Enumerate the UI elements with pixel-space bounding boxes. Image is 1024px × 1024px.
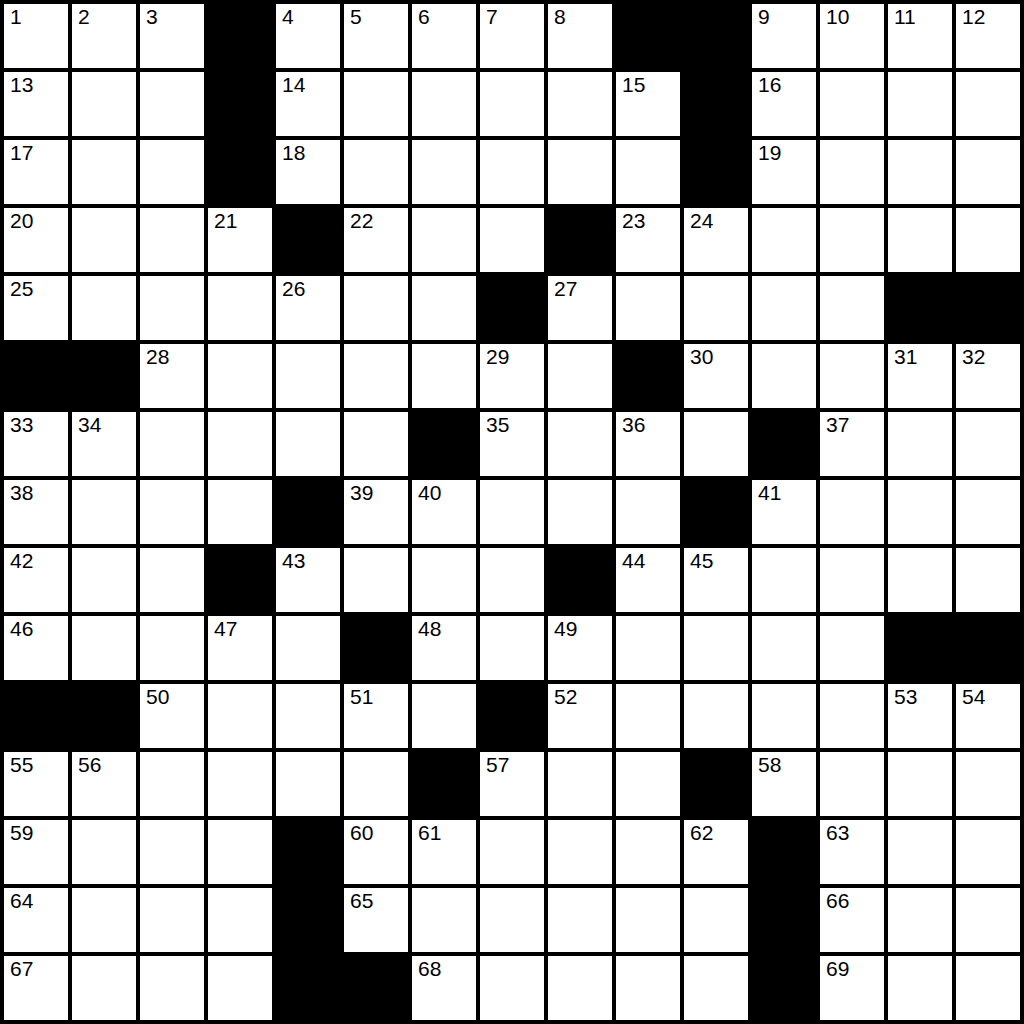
white-cell-r1c1[interactable]	[72, 72, 136, 136]
clue-number-57: 57	[486, 753, 509, 777]
white-cell-r3c14[interactable]	[956, 208, 1020, 272]
clue-number-69: 69	[826, 957, 849, 981]
white-cell-r7c6[interactable]: 40	[412, 480, 476, 544]
white-cell-r7c2[interactable]	[140, 480, 204, 544]
white-cell-r4c5[interactable]	[344, 276, 408, 340]
black-cell-r4c14	[956, 276, 1020, 340]
black-cell-r1c3	[208, 72, 272, 136]
black-cell-r5c0	[4, 344, 68, 408]
white-cell-r8c4[interactable]: 43	[276, 548, 340, 612]
clue-number-51: 51	[350, 685, 373, 709]
white-cell-r14c2[interactable]	[140, 956, 204, 1020]
white-cell-r9c2[interactable]	[140, 616, 204, 680]
clue-number-34: 34	[78, 413, 101, 437]
clue-number-41: 41	[758, 481, 781, 505]
white-cell-r7c0[interactable]: 38	[4, 480, 68, 544]
clue-number-8: 8	[554, 5, 566, 29]
white-cell-r6c7[interactable]: 35	[480, 412, 544, 476]
white-cell-r6c5[interactable]	[344, 412, 408, 476]
clue-number-65: 65	[350, 889, 373, 913]
black-cell-r9c14	[956, 616, 1020, 680]
clue-number-23: 23	[622, 209, 645, 233]
clue-number-27: 27	[554, 277, 577, 301]
white-cell-r3c3[interactable]: 21	[208, 208, 272, 272]
clue-number-4: 4	[282, 5, 294, 29]
white-cell-r6c0[interactable]: 33	[4, 412, 68, 476]
black-cell-r0c3	[208, 4, 272, 68]
white-cell-r10c2[interactable]: 50	[140, 684, 204, 748]
black-cell-r5c9	[616, 344, 680, 408]
white-cell-r5c2[interactable]: 28	[140, 344, 204, 408]
clue-number-56: 56	[78, 753, 101, 777]
clue-number-48: 48	[418, 617, 441, 641]
clue-number-6: 6	[418, 5, 430, 29]
clue-number-10: 10	[826, 5, 849, 29]
clue-number-52: 52	[554, 685, 577, 709]
white-cell-r6c9[interactable]: 36	[616, 412, 680, 476]
black-cell-r8c3	[208, 548, 272, 612]
white-cell-r11c5[interactable]	[344, 752, 408, 816]
white-cell-r3c10[interactable]: 24	[684, 208, 748, 272]
white-cell-r0c12[interactable]: 10	[820, 4, 884, 68]
clue-number-47: 47	[214, 617, 237, 641]
white-cell-r0c14[interactable]: 12	[956, 4, 1020, 68]
black-cell-r6c11	[752, 412, 816, 476]
white-cell-r6c1[interactable]: 34	[72, 412, 136, 476]
white-cell-r6c8[interactable]	[548, 412, 612, 476]
white-cell-r3c6[interactable]	[412, 208, 476, 272]
black-cell-r14c11	[752, 956, 816, 1020]
white-cell-r8c13[interactable]	[888, 548, 952, 612]
white-cell-r8c1[interactable]	[72, 548, 136, 612]
white-cell-r3c7[interactable]	[480, 208, 544, 272]
clue-number-54: 54	[962, 685, 985, 709]
white-cell-r6c4[interactable]	[276, 412, 340, 476]
white-cell-r12c1[interactable]	[72, 820, 136, 884]
black-cell-r3c4	[276, 208, 340, 272]
clue-number-21: 21	[214, 209, 237, 233]
white-cell-r10c9[interactable]	[616, 684, 680, 748]
white-cell-r3c12[interactable]	[820, 208, 884, 272]
white-cell-r8c6[interactable]	[412, 548, 476, 612]
white-cell-r8c11[interactable]	[752, 548, 816, 612]
clue-number-46: 46	[10, 617, 33, 641]
white-cell-r10c14[interactable]: 54	[956, 684, 1020, 748]
white-cell-r4c11[interactable]	[752, 276, 816, 340]
white-cell-r7c5[interactable]: 39	[344, 480, 408, 544]
clue-number-49: 49	[554, 617, 577, 641]
black-cell-r14c4	[276, 956, 340, 1020]
black-cell-r14c5	[344, 956, 408, 1020]
white-cell-r3c9[interactable]: 23	[616, 208, 680, 272]
clue-number-67: 67	[10, 957, 33, 981]
white-cell-r11c9[interactable]	[616, 752, 680, 816]
clue-number-22: 22	[350, 209, 373, 233]
white-cell-r9c10[interactable]	[684, 616, 748, 680]
clue-number-61: 61	[418, 821, 441, 845]
white-cell-r8c9[interactable]: 44	[616, 548, 680, 612]
white-cell-r2c11[interactable]: 19	[752, 140, 816, 204]
clue-number-68: 68	[418, 957, 441, 981]
white-cell-r9c8[interactable]: 49	[548, 616, 612, 680]
white-cell-r11c13[interactable]	[888, 752, 952, 816]
white-cell-r5c7[interactable]: 29	[480, 344, 544, 408]
white-cell-r1c8[interactable]	[548, 72, 612, 136]
white-cell-r10c4[interactable]	[276, 684, 340, 748]
black-cell-r13c4	[276, 888, 340, 952]
white-cell-r10c10[interactable]	[684, 684, 748, 748]
white-cell-r13c7[interactable]	[480, 888, 544, 952]
white-cell-r4c1[interactable]	[72, 276, 136, 340]
black-cell-r1c10	[684, 72, 748, 136]
white-cell-r4c9[interactable]	[616, 276, 680, 340]
white-cell-r13c2[interactable]	[140, 888, 204, 952]
black-cell-r3c8	[548, 208, 612, 272]
white-cell-r9c3[interactable]: 47	[208, 616, 272, 680]
crossword-grid: 1234567891011121314151617181920212223242…	[0, 0, 1024, 1024]
clue-number-26: 26	[282, 277, 305, 301]
white-cell-r2c13[interactable]	[888, 140, 952, 204]
white-cell-r1c5[interactable]	[344, 72, 408, 136]
white-cell-r12c6[interactable]: 61	[412, 820, 476, 884]
clue-number-55: 55	[10, 753, 33, 777]
white-cell-r7c14[interactable]	[956, 480, 1020, 544]
white-cell-r2c8[interactable]	[548, 140, 612, 204]
clue-number-59: 59	[10, 821, 33, 845]
white-cell-r12c10[interactable]: 62	[684, 820, 748, 884]
black-cell-r12c4	[276, 820, 340, 884]
white-cell-r0c2[interactable]: 3	[140, 4, 204, 68]
clue-number-17: 17	[10, 141, 33, 165]
clue-number-62: 62	[690, 821, 713, 845]
white-cell-r6c12[interactable]: 37	[820, 412, 884, 476]
white-cell-r14c13[interactable]	[888, 956, 952, 1020]
white-cell-r2c14[interactable]	[956, 140, 1020, 204]
white-cell-r14c8[interactable]	[548, 956, 612, 1020]
clue-number-7: 7	[486, 5, 498, 29]
white-cell-r10c13[interactable]: 53	[888, 684, 952, 748]
white-cell-r9c6[interactable]: 48	[412, 616, 476, 680]
white-cell-r13c9[interactable]	[616, 888, 680, 952]
white-cell-r14c0[interactable]: 67	[4, 956, 68, 1020]
black-cell-r7c4	[276, 480, 340, 544]
white-cell-r12c9[interactable]	[616, 820, 680, 884]
clue-number-40: 40	[418, 481, 441, 505]
clue-number-25: 25	[10, 277, 33, 301]
black-cell-r8c8	[548, 548, 612, 612]
white-cell-r14c7[interactable]	[480, 956, 544, 1020]
white-cell-r2c2[interactable]	[140, 140, 204, 204]
white-cell-r10c11[interactable]	[752, 684, 816, 748]
white-cell-r7c7[interactable]	[480, 480, 544, 544]
clue-number-53: 53	[894, 685, 917, 709]
white-cell-r2c12[interactable]	[820, 140, 884, 204]
clue-number-42: 42	[10, 549, 33, 573]
white-cell-r9c11[interactable]	[752, 616, 816, 680]
clue-number-43: 43	[282, 549, 305, 573]
white-cell-r2c5[interactable]	[344, 140, 408, 204]
white-cell-r10c5[interactable]: 51	[344, 684, 408, 748]
black-cell-r12c11	[752, 820, 816, 884]
black-cell-r11c10	[684, 752, 748, 816]
white-cell-r0c1[interactable]: 2	[72, 4, 136, 68]
white-cell-r11c3[interactable]	[208, 752, 272, 816]
white-cell-r14c14[interactable]	[956, 956, 1020, 1020]
white-cell-r1c9[interactable]: 15	[616, 72, 680, 136]
white-cell-r5c12[interactable]	[820, 344, 884, 408]
white-cell-r11c2[interactable]	[140, 752, 204, 816]
white-cell-r3c13[interactable]	[888, 208, 952, 272]
black-cell-r9c5	[344, 616, 408, 680]
white-cell-r11c14[interactable]	[956, 752, 1020, 816]
white-cell-r1c4[interactable]: 14	[276, 72, 340, 136]
crossword-board: 1234567891011121314151617181920212223242…	[0, 0, 1024, 1024]
clue-number-16: 16	[758, 73, 781, 97]
clue-number-19: 19	[758, 141, 781, 165]
clue-number-32: 32	[962, 345, 985, 369]
white-cell-r13c10[interactable]	[684, 888, 748, 952]
white-cell-r6c13[interactable]	[888, 412, 952, 476]
clue-number-33: 33	[10, 413, 33, 437]
white-cell-r2c9[interactable]	[616, 140, 680, 204]
white-cell-r6c14[interactable]	[956, 412, 1020, 476]
white-cell-r8c7[interactable]	[480, 548, 544, 612]
white-cell-r9c9[interactable]	[616, 616, 680, 680]
white-cell-r13c0[interactable]: 64	[4, 888, 68, 952]
white-cell-r11c8[interactable]	[548, 752, 612, 816]
white-cell-r7c11[interactable]: 41	[752, 480, 816, 544]
clue-number-66: 66	[826, 889, 849, 913]
clue-number-13: 13	[10, 73, 33, 97]
white-cell-r2c4[interactable]: 18	[276, 140, 340, 204]
white-cell-r8c2[interactable]	[140, 548, 204, 612]
white-cell-r1c12[interactable]	[820, 72, 884, 136]
clue-number-12: 12	[962, 5, 985, 29]
clue-number-15: 15	[622, 73, 645, 97]
clue-number-2: 2	[78, 5, 90, 29]
clue-number-9: 9	[758, 5, 770, 29]
clue-number-38: 38	[10, 481, 33, 505]
white-cell-r5c13[interactable]: 31	[888, 344, 952, 408]
white-cell-r0c11[interactable]: 9	[752, 4, 816, 68]
white-cell-r13c6[interactable]	[412, 888, 476, 952]
white-cell-r13c3[interactable]	[208, 888, 272, 952]
white-cell-r12c5[interactable]: 60	[344, 820, 408, 884]
white-cell-r1c11[interactable]: 16	[752, 72, 816, 136]
white-cell-r5c14[interactable]: 32	[956, 344, 1020, 408]
white-cell-r11c11[interactable]: 58	[752, 752, 816, 816]
clue-number-60: 60	[350, 821, 373, 845]
white-cell-r1c2[interactable]	[140, 72, 204, 136]
white-cell-r0c7[interactable]: 7	[480, 4, 544, 68]
white-cell-r1c14[interactable]	[956, 72, 1020, 136]
white-cell-r6c3[interactable]	[208, 412, 272, 476]
white-cell-r7c3[interactable]	[208, 480, 272, 544]
white-cell-r1c0[interactable]: 13	[4, 72, 68, 136]
black-cell-r5c1	[72, 344, 136, 408]
white-cell-r11c0[interactable]: 55	[4, 752, 68, 816]
white-cell-r14c9[interactable]	[616, 956, 680, 1020]
clue-number-64: 64	[10, 889, 33, 913]
clue-number-39: 39	[350, 481, 373, 505]
white-cell-r6c2[interactable]	[140, 412, 204, 476]
white-cell-r12c12[interactable]: 63	[820, 820, 884, 884]
black-cell-r13c11	[752, 888, 816, 952]
white-cell-r13c14[interactable]	[956, 888, 1020, 952]
black-cell-r0c10	[684, 4, 748, 68]
white-cell-r1c13[interactable]	[888, 72, 952, 136]
white-cell-r2c0[interactable]: 17	[4, 140, 68, 204]
white-cell-r14c10[interactable]	[684, 956, 748, 1020]
clue-number-44: 44	[622, 549, 645, 573]
black-cell-r2c10	[684, 140, 748, 204]
clue-number-29: 29	[486, 345, 509, 369]
black-cell-r4c7	[480, 276, 544, 340]
white-cell-r4c2[interactable]	[140, 276, 204, 340]
black-cell-r9c13	[888, 616, 952, 680]
white-cell-r8c10[interactable]: 45	[684, 548, 748, 612]
white-cell-r5c4[interactable]	[276, 344, 340, 408]
white-cell-r7c12[interactable]	[820, 480, 884, 544]
white-cell-r14c12[interactable]: 69	[820, 956, 884, 1020]
white-cell-r9c4[interactable]	[276, 616, 340, 680]
white-cell-r7c1[interactable]	[72, 480, 136, 544]
clue-number-11: 11	[894, 5, 916, 29]
white-cell-r10c12[interactable]	[820, 684, 884, 748]
white-cell-r1c7[interactable]	[480, 72, 544, 136]
white-cell-r8c5[interactable]	[344, 548, 408, 612]
white-cell-r5c8[interactable]	[548, 344, 612, 408]
white-cell-r12c2[interactable]	[140, 820, 204, 884]
white-cell-r14c6[interactable]: 68	[412, 956, 476, 1020]
clue-number-36: 36	[622, 413, 645, 437]
black-cell-r10c0	[4, 684, 68, 748]
white-cell-r13c12[interactable]: 66	[820, 888, 884, 952]
white-cell-r8c0[interactable]: 42	[4, 548, 68, 612]
clue-number-45: 45	[690, 549, 713, 573]
white-cell-r12c7[interactable]	[480, 820, 544, 884]
black-cell-r7c10	[684, 480, 748, 544]
white-cell-r11c1[interactable]: 56	[72, 752, 136, 816]
clue-number-50: 50	[146, 685, 169, 709]
white-cell-r9c7[interactable]	[480, 616, 544, 680]
white-cell-r7c8[interactable]	[548, 480, 612, 544]
white-cell-r0c4[interactable]: 4	[276, 4, 340, 68]
white-cell-r14c3[interactable]	[208, 956, 272, 1020]
white-cell-r0c13[interactable]: 11	[888, 4, 952, 68]
white-cell-r13c13[interactable]	[888, 888, 952, 952]
white-cell-r14c1[interactable]	[72, 956, 136, 1020]
clue-number-28: 28	[146, 345, 169, 369]
white-cell-r1c6[interactable]	[412, 72, 476, 136]
white-cell-r3c0[interactable]: 20	[4, 208, 68, 272]
white-cell-r3c2[interactable]	[140, 208, 204, 272]
white-cell-r11c7[interactable]: 57	[480, 752, 544, 816]
white-cell-r12c8[interactable]	[548, 820, 612, 884]
white-cell-r12c14[interactable]	[956, 820, 1020, 884]
white-cell-r10c6[interactable]	[412, 684, 476, 748]
white-cell-r3c11[interactable]	[752, 208, 816, 272]
white-cell-r0c6[interactable]: 6	[412, 4, 476, 68]
white-cell-r7c9[interactable]	[616, 480, 680, 544]
white-cell-r12c13[interactable]	[888, 820, 952, 884]
clue-number-35: 35	[486, 413, 509, 437]
white-cell-r5c6[interactable]	[412, 344, 476, 408]
white-cell-r13c5[interactable]: 65	[344, 888, 408, 952]
white-cell-r0c8[interactable]: 8	[548, 4, 612, 68]
white-cell-r5c3[interactable]	[208, 344, 272, 408]
white-cell-r6c10[interactable]	[684, 412, 748, 476]
clue-number-18: 18	[282, 141, 305, 165]
white-cell-r13c1[interactable]	[72, 888, 136, 952]
white-cell-r13c8[interactable]	[548, 888, 612, 952]
white-cell-r4c12[interactable]	[820, 276, 884, 340]
black-cell-r4c13	[888, 276, 952, 340]
white-cell-r2c7[interactable]	[480, 140, 544, 204]
white-cell-r0c5[interactable]: 5	[344, 4, 408, 68]
black-cell-r10c7	[480, 684, 544, 748]
clue-number-14: 14	[282, 73, 305, 97]
clue-number-63: 63	[826, 821, 849, 845]
white-cell-r4c10[interactable]	[684, 276, 748, 340]
clue-number-3: 3	[146, 5, 158, 29]
white-cell-r7c13[interactable]	[888, 480, 952, 544]
white-cell-r3c5[interactable]: 22	[344, 208, 408, 272]
white-cell-r11c4[interactable]	[276, 752, 340, 816]
white-cell-r12c3[interactable]	[208, 820, 272, 884]
white-cell-r4c3[interactable]	[208, 276, 272, 340]
white-cell-r3c1[interactable]	[72, 208, 136, 272]
white-cell-r12c0[interactable]: 59	[4, 820, 68, 884]
white-cell-r9c0[interactable]: 46	[4, 616, 68, 680]
clue-number-5: 5	[350, 5, 362, 29]
black-cell-r11c6	[412, 752, 476, 816]
white-cell-r9c12[interactable]	[820, 616, 884, 680]
black-cell-r6c6	[412, 412, 476, 476]
white-cell-r8c12[interactable]	[820, 548, 884, 612]
white-cell-r2c1[interactable]	[72, 140, 136, 204]
clue-number-31: 31	[894, 345, 917, 369]
clue-number-20: 20	[10, 209, 33, 233]
white-cell-r4c0[interactable]: 25	[4, 276, 68, 340]
black-cell-r2c3	[208, 140, 272, 204]
white-cell-r5c5[interactable]	[344, 344, 408, 408]
black-cell-r0c9	[616, 4, 680, 68]
white-cell-r5c11[interactable]	[752, 344, 816, 408]
clue-number-30: 30	[690, 345, 713, 369]
clue-number-58: 58	[758, 753, 781, 777]
white-cell-r5c10[interactable]: 30	[684, 344, 748, 408]
white-cell-r11c12[interactable]	[820, 752, 884, 816]
white-cell-r10c3[interactable]	[208, 684, 272, 748]
white-cell-r8c14[interactable]	[956, 548, 1020, 612]
clue-number-24: 24	[690, 209, 713, 233]
white-cell-r10c8[interactable]: 52	[548, 684, 612, 748]
clue-number-37: 37	[826, 413, 849, 437]
white-cell-r2c6[interactable]	[412, 140, 476, 204]
white-cell-r4c4[interactable]: 26	[276, 276, 340, 340]
white-cell-r9c1[interactable]	[72, 616, 136, 680]
white-cell-r4c8[interactable]: 27	[548, 276, 612, 340]
black-cell-r10c1	[72, 684, 136, 748]
clue-number-1: 1	[10, 5, 22, 29]
white-cell-r4c6[interactable]	[412, 276, 476, 340]
white-cell-r0c0[interactable]: 1	[4, 4, 68, 68]
